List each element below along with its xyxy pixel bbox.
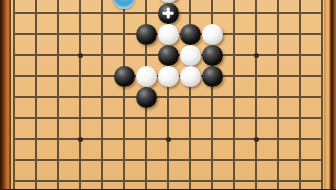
intersection-C10[interactable] [47,87,69,108]
intersection-D8[interactable] [69,129,91,150]
board-frame-left [0,0,11,189]
intersection-B13[interactable] [25,24,47,45]
gomoku-board-screen [0,0,336,189]
black-stone [202,45,223,66]
intersection-K6[interactable] [223,171,245,190]
intersection-D9[interactable] [69,108,91,129]
intersection-J14[interactable] [201,3,223,24]
intersection-N11[interactable] [289,66,311,87]
intersection-D10[interactable] [69,87,91,108]
intersection-K14[interactable] [223,3,245,24]
intersection-N12[interactable] [289,45,311,66]
intersection-G11[interactable] [135,66,157,87]
intersection-G10[interactable] [135,87,157,108]
intersection-F7[interactable] [113,150,135,171]
intersection-I13[interactable] [179,24,201,45]
intersection-F12[interactable] [113,45,135,66]
white-stone [136,66,157,87]
intersection-J8[interactable] [201,129,223,150]
intersection-D11[interactable] [69,66,91,87]
intersection-J13[interactable] [201,24,223,45]
intersection-C9[interactable] [47,108,69,129]
intersection-M11[interactable] [267,66,289,87]
intersection-J11[interactable] [201,66,223,87]
intersection-F10[interactable] [113,87,135,108]
intersection-H12[interactable] [157,45,179,66]
intersection-J7[interactable] [201,150,223,171]
intersection-H13[interactable] [157,24,179,45]
intersection-G6[interactable] [135,171,157,190]
white-stone [180,45,201,66]
intersection-K13[interactable] [223,24,245,45]
intersection-L14[interactable] [245,3,267,24]
black-stone [136,24,157,45]
intersection-H6[interactable] [157,171,179,190]
intersection-D7[interactable] [69,150,91,171]
intersection-N6[interactable] [289,171,311,190]
intersection-M8[interactable] [267,129,289,150]
intersection-C14[interactable] [47,3,69,24]
intersection-N9[interactable] [289,108,311,129]
intersection-C8[interactable] [47,129,69,150]
intersection-B14[interactable] [25,3,47,24]
intersection-G8[interactable] [135,129,157,150]
intersection-E9[interactable] [91,108,113,129]
intersection-F13[interactable] [113,24,135,45]
intersection-M12[interactable] [267,45,289,66]
intersection-K8[interactable] [223,129,245,150]
intersection-H7[interactable] [157,150,179,171]
intersection-H14[interactable] [157,3,179,24]
intersection-M14[interactable] [267,3,289,24]
intersection-N13[interactable] [289,24,311,45]
intersection-K10[interactable] [223,87,245,108]
intersection-E11[interactable] [91,66,113,87]
intersection-H8[interactable] [157,129,179,150]
intersection-K7[interactable] [223,150,245,171]
last-move-marker [158,3,179,24]
intersection-E14[interactable] [91,3,113,24]
intersection-B6[interactable] [25,171,47,190]
intersection-G7[interactable] [135,150,157,171]
intersection-C6[interactable] [47,171,69,190]
intersection-C12[interactable] [47,45,69,66]
intersection-C13[interactable] [47,24,69,45]
intersection-L13[interactable] [245,24,267,45]
intersection-L11[interactable] [245,66,267,87]
black-stone [180,24,201,45]
intersection-D12[interactable] [69,45,91,66]
intersection-G9[interactable] [135,108,157,129]
intersection-F11[interactable] [113,66,135,87]
intersection-I14[interactable] [179,3,201,24]
intersection-D14[interactable] [69,3,91,24]
intersection-N7[interactable] [289,150,311,171]
intersection-N14[interactable] [289,3,311,24]
intersection-J10[interactable] [201,87,223,108]
intersection-B11[interactable] [25,66,47,87]
intersection-C7[interactable] [47,150,69,171]
intersection-B8[interactable] [25,129,47,150]
intersection-I6[interactable] [179,171,201,190]
intersection-M7[interactable] [267,150,289,171]
intersection-I9[interactable] [179,108,201,129]
intersection-E8[interactable] [91,129,113,150]
intersection-L12[interactable] [245,45,267,66]
intersection-L7[interactable] [245,150,267,171]
intersection-B9[interactable] [25,108,47,129]
intersection-J12[interactable] [201,45,223,66]
intersection-E7[interactable] [91,150,113,171]
intersection-H10[interactable] [157,87,179,108]
intersection-M6[interactable] [267,171,289,190]
intersection-E10[interactable] [91,87,113,108]
intersection-F8[interactable] [113,129,135,150]
intersection-E13[interactable] [91,24,113,45]
intersection-G12[interactable] [135,45,157,66]
intersection-M9[interactable] [267,108,289,129]
intersection-L8[interactable] [245,129,267,150]
intersection-L9[interactable] [245,108,267,129]
intersection-N8[interactable] [289,129,311,150]
black-stone [158,3,179,24]
intersection-D6[interactable] [69,171,91,190]
intersection-M13[interactable] [267,24,289,45]
board-frame-right [324,0,336,189]
intersection-K11[interactable] [223,66,245,87]
intersection-N10[interactable] [289,87,311,108]
intersection-K12[interactable] [223,45,245,66]
intersection-E12[interactable] [91,45,113,66]
intersection-J6[interactable] [201,171,223,190]
intersection-M10[interactable] [267,87,289,108]
intersection-K9[interactable] [223,108,245,129]
intersection-B12[interactable] [25,45,47,66]
intersection-B10[interactable] [25,87,47,108]
white-stone [158,24,179,45]
white-stone [158,66,179,87]
intersection-E6[interactable] [91,171,113,190]
intersection-G13[interactable] [135,24,157,45]
intersection-L6[interactable] [245,171,267,190]
intersection-J9[interactable] [201,108,223,129]
white-stone [202,24,223,45]
intersection-H9[interactable] [157,108,179,129]
intersection-I8[interactable] [179,129,201,150]
black-stone [136,87,157,108]
intersection-I10[interactable] [179,87,201,108]
intersection-F6[interactable] [113,171,135,190]
intersection-B7[interactable] [25,150,47,171]
intersection-I7[interactable] [179,150,201,171]
intersection-L10[interactable] [245,87,267,108]
board-grid [3,0,333,189]
black-stone [158,45,179,66]
intersection-H11[interactable] [157,66,179,87]
intersection-D13[interactable] [69,24,91,45]
black-stone [114,66,135,87]
white-stone [180,66,201,87]
intersection-I12[interactable] [179,45,201,66]
intersection-G14[interactable] [135,3,157,24]
intersection-F9[interactable] [113,108,135,129]
intersection-I11[interactable] [179,66,201,87]
intersection-C11[interactable] [47,66,69,87]
black-stone [202,66,223,87]
